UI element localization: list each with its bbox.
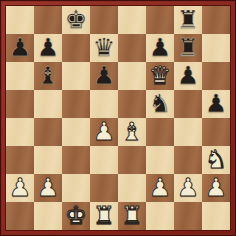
square-g3[interactable] [174, 146, 202, 174]
square-d8[interactable] [90, 6, 118, 34]
piece-wN-h3[interactable]: ♞ [205, 146, 227, 174]
square-d7[interactable]: ♛ [90, 34, 118, 62]
piece-bP-g6[interactable]: ♟ [177, 62, 199, 90]
square-g4[interactable] [174, 118, 202, 146]
piece-bR-g8[interactable]: ♜ [177, 6, 199, 34]
square-f6[interactable]: ♛ [146, 62, 174, 90]
square-h3[interactable]: ♞ [202, 146, 230, 174]
square-f5[interactable]: ♞ [146, 90, 174, 118]
square-b4[interactable] [34, 118, 62, 146]
square-g8[interactable]: ♜ [174, 6, 202, 34]
square-a2[interactable]: ♟ [6, 174, 34, 202]
square-h2[interactable]: ♟ [202, 174, 230, 202]
piece-wB-e4[interactable]: ♝ [121, 118, 143, 146]
piece-wQ-f6[interactable]: ♛ [149, 62, 171, 90]
piece-wR-e1[interactable]: ♜ [121, 202, 143, 230]
square-e3[interactable] [118, 146, 146, 174]
square-d6[interactable]: ♟ [90, 62, 118, 90]
square-g7[interactable]: ♜ [174, 34, 202, 62]
square-f3[interactable] [146, 146, 174, 174]
square-g6[interactable]: ♟ [174, 62, 202, 90]
square-e1[interactable]: ♜ [118, 202, 146, 230]
piece-wP-a2[interactable]: ♟ [9, 174, 31, 202]
piece-bP-a7[interactable]: ♟ [9, 34, 31, 62]
square-h6[interactable] [202, 62, 230, 90]
square-f4[interactable] [146, 118, 174, 146]
square-b7[interactable]: ♟ [34, 34, 62, 62]
square-d4[interactable]: ♟ [90, 118, 118, 146]
piece-bQ-d7[interactable]: ♛ [93, 34, 115, 62]
square-g5[interactable] [174, 90, 202, 118]
board-frame: ♚♜♟♟♛♟♜♝♟♛♟♞♟♟♝♞♟♟♟♟♟♚♜♜ [0, 0, 236, 236]
square-b2[interactable]: ♟ [34, 174, 62, 202]
square-c5[interactable] [62, 90, 90, 118]
square-a5[interactable] [6, 90, 34, 118]
square-g1[interactable] [174, 202, 202, 230]
square-h1[interactable] [202, 202, 230, 230]
square-b5[interactable] [34, 90, 62, 118]
piece-bR-g7[interactable]: ♜ [177, 34, 199, 62]
square-d2[interactable] [90, 174, 118, 202]
square-c2[interactable] [62, 174, 90, 202]
square-c1[interactable]: ♚ [62, 202, 90, 230]
square-g2[interactable]: ♟ [174, 174, 202, 202]
square-f2[interactable]: ♟ [146, 174, 174, 202]
piece-wP-d4[interactable]: ♟ [93, 118, 115, 146]
square-c3[interactable] [62, 146, 90, 174]
chess-board: ♚♜♟♟♛♟♜♝♟♛♟♞♟♟♝♞♟♟♟♟♟♚♜♜ [5, 5, 231, 231]
square-a3[interactable] [6, 146, 34, 174]
square-e8[interactable] [118, 6, 146, 34]
piece-wP-b2[interactable]: ♟ [37, 174, 59, 202]
piece-wP-f2[interactable]: ♟ [149, 174, 171, 202]
square-f7[interactable]: ♟ [146, 34, 174, 62]
piece-bP-d6[interactable]: ♟ [93, 62, 115, 90]
square-e5[interactable] [118, 90, 146, 118]
square-a8[interactable] [6, 6, 34, 34]
square-c8[interactable]: ♚ [62, 6, 90, 34]
piece-bK-c8[interactable]: ♚ [65, 6, 87, 34]
square-b6[interactable]: ♝ [34, 62, 62, 90]
square-b3[interactable] [34, 146, 62, 174]
piece-wP-g2[interactable]: ♟ [177, 174, 199, 202]
square-a1[interactable] [6, 202, 34, 230]
square-b8[interactable] [34, 6, 62, 34]
piece-bN-f5[interactable]: ♞ [149, 90, 171, 118]
piece-wR-d1[interactable]: ♜ [93, 202, 115, 230]
square-e7[interactable] [118, 34, 146, 62]
square-h4[interactable] [202, 118, 230, 146]
square-c4[interactable] [62, 118, 90, 146]
square-b1[interactable] [34, 202, 62, 230]
piece-wK-c1[interactable]: ♚ [65, 202, 87, 230]
piece-bP-h5[interactable]: ♟ [205, 90, 227, 118]
square-f1[interactable] [146, 202, 174, 230]
piece-bP-b7[interactable]: ♟ [37, 34, 59, 62]
piece-bB-b6[interactable]: ♝ [37, 62, 59, 90]
square-h8[interactable] [202, 6, 230, 34]
square-a7[interactable]: ♟ [6, 34, 34, 62]
square-d5[interactable] [90, 90, 118, 118]
square-d1[interactable]: ♜ [90, 202, 118, 230]
piece-bP-f7[interactable]: ♟ [149, 34, 171, 62]
square-c6[interactable] [62, 62, 90, 90]
piece-wP-h2[interactable]: ♟ [205, 174, 227, 202]
square-d3[interactable] [90, 146, 118, 174]
square-a4[interactable] [6, 118, 34, 146]
square-e4[interactable]: ♝ [118, 118, 146, 146]
square-h5[interactable]: ♟ [202, 90, 230, 118]
square-a6[interactable] [6, 62, 34, 90]
square-f8[interactable] [146, 6, 174, 34]
square-c7[interactable] [62, 34, 90, 62]
square-e2[interactable] [118, 174, 146, 202]
square-h7[interactable] [202, 34, 230, 62]
square-e6[interactable] [118, 62, 146, 90]
